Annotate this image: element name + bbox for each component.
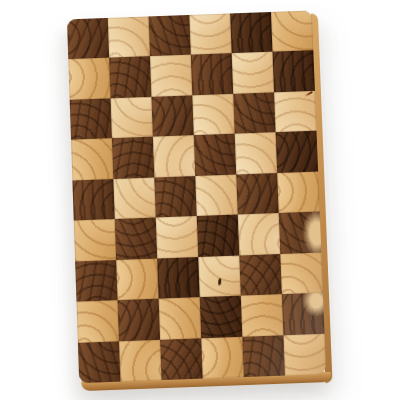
square-r3c1	[70, 98, 112, 140]
square-r7c4	[198, 255, 241, 297]
square-r8c5	[241, 294, 284, 336]
square-r2c1	[68, 58, 110, 100]
square-r9c4	[201, 336, 244, 378]
square-r6c2	[115, 218, 157, 260]
square-r6c3	[156, 216, 198, 258]
square-r1c4	[189, 13, 231, 55]
square-r1c3	[149, 15, 191, 57]
square-r5c6	[277, 171, 320, 213]
square-r4c1	[71, 138, 113, 180]
square-r7c1	[75, 260, 117, 302]
square-r7c6	[280, 252, 323, 294]
product-photo-scene	[0, 0, 400, 400]
square-r8c3	[159, 297, 202, 339]
square-r3c4	[192, 94, 234, 136]
square-r6c1	[74, 219, 116, 261]
square-r4c6	[276, 131, 319, 173]
square-r2c6	[273, 51, 315, 93]
square-r1c2	[108, 16, 150, 58]
square-r2c3	[150, 55, 192, 97]
square-r5c4	[195, 174, 237, 216]
wood-grain-crack	[304, 91, 313, 97]
square-r2c4	[191, 54, 233, 96]
cutting-board	[67, 10, 326, 383]
square-r5c2	[113, 177, 155, 219]
wood-grain-light-right	[302, 212, 322, 254]
square-r5c1	[72, 179, 114, 221]
square-r3c6	[274, 91, 316, 133]
square-r7c5	[239, 254, 282, 296]
square-r6c4	[197, 215, 240, 257]
wood-grain-knot-dot	[218, 279, 221, 286]
square-r4c4	[194, 134, 236, 176]
checkerboard-grid	[67, 10, 326, 383]
square-r5c3	[154, 176, 196, 218]
square-r7c2	[116, 258, 158, 300]
square-r9c6	[283, 333, 326, 375]
square-r8c4	[200, 296, 243, 338]
square-r6c6	[279, 212, 322, 254]
square-r8c2	[118, 299, 161, 341]
square-r9c2	[119, 339, 162, 381]
square-r2c2	[109, 57, 151, 99]
square-r9c5	[242, 335, 285, 377]
square-r9c1	[78, 341, 121, 383]
square-r5c5	[236, 173, 279, 215]
square-r3c2	[111, 97, 153, 139]
square-r4c2	[112, 137, 154, 179]
square-r1c1	[67, 18, 109, 60]
square-r2c5	[232, 52, 274, 94]
square-r4c3	[153, 135, 195, 177]
square-r8c6	[282, 293, 325, 335]
square-r8c1	[76, 300, 118, 342]
square-r3c5	[233, 92, 275, 134]
square-r6c5	[238, 213, 281, 255]
square-r1c5	[230, 12, 272, 54]
wood-grain-light-top-right	[301, 293, 324, 317]
square-r1c6	[271, 10, 313, 52]
square-r4c5	[235, 132, 277, 174]
square-r9c3	[160, 338, 203, 380]
square-r7c3	[157, 257, 200, 299]
square-r3c3	[151, 95, 193, 137]
